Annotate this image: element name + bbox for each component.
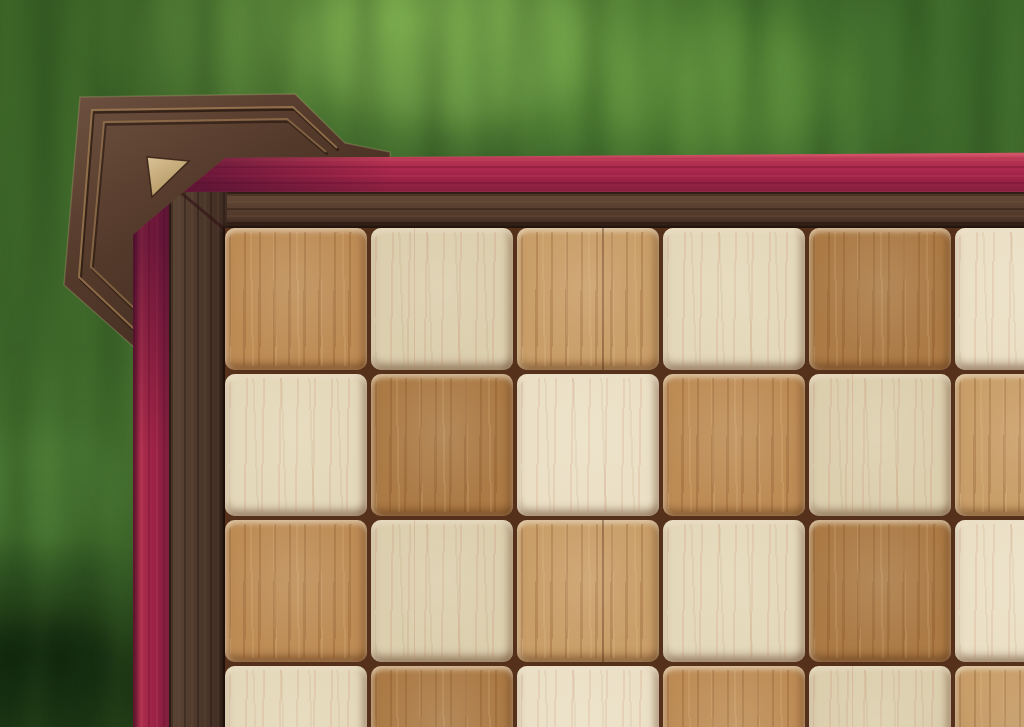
board-square [225,520,367,662]
board-square [955,374,1024,516]
board-square [809,666,951,727]
photo-scene: Close-up of the corner of a handmade woo… [0,0,1024,727]
board-square [517,374,659,516]
board-square [371,520,513,662]
board-square [371,374,513,516]
board-squares-grid [225,228,1024,727]
board-square [955,520,1024,662]
board-square [517,228,659,370]
walnut-border-left [169,192,227,727]
board-square [371,666,513,727]
board-square [663,374,805,516]
foliage-highlight-blob [600,20,840,150]
foliage-highlight-blob [0,430,130,550]
foliage-shadow-blob [0,620,150,727]
board-square [225,228,367,370]
purpleheart-border-left [133,150,169,727]
board-square [517,666,659,727]
board-square [663,520,805,662]
board-square [517,520,659,662]
board-square [955,666,1024,727]
board-square [955,228,1024,370]
board-square [663,666,805,727]
board-square [663,228,805,370]
board-square [809,228,951,370]
game-board [133,150,1024,727]
board-square [809,520,951,662]
board-square [225,666,367,727]
walnut-border-top [169,192,1024,230]
board-square [809,374,951,516]
board-square [225,374,367,516]
board-square [371,228,513,370]
foliage-highlight-blob [300,0,600,120]
